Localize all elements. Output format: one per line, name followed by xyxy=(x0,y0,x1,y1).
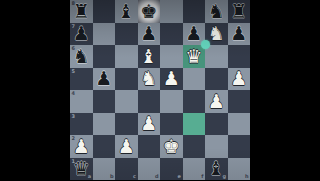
piece-black-pawn[interactable]: ♟︎ xyxy=(70,23,93,46)
square-h5[interactable]: ♟︎ xyxy=(228,68,251,91)
piece-black-queen[interactable]: ♛︎ xyxy=(70,158,93,181)
square-e4[interactable] xyxy=(160,90,183,113)
piece-black-king[interactable]: ♚︎ xyxy=(138,0,161,23)
square-h3[interactable] xyxy=(228,113,251,136)
square-b4[interactable] xyxy=(93,90,116,113)
square-f4[interactable] xyxy=(183,90,206,113)
square-a3[interactable]: 3 xyxy=(70,113,93,136)
piece-white-queen[interactable]: ♛︎ xyxy=(183,45,206,68)
app-background: 8♜︎♝︎♚︎♞︎♜︎7♟︎♟︎♟︎♞︎♟︎6♞︎♝︎♛︎5♟︎♞︎♟︎♟︎4♟… xyxy=(0,0,320,180)
file-label-h: h xyxy=(245,174,249,179)
move-indicator-dot xyxy=(201,40,210,49)
square-a5[interactable]: 5 xyxy=(70,68,93,91)
square-b3[interactable] xyxy=(93,113,116,136)
square-a4[interactable]: 4 xyxy=(70,90,93,113)
square-b1[interactable]: b xyxy=(93,158,116,181)
file-label-f: f xyxy=(201,174,203,179)
square-d1[interactable]: d xyxy=(138,158,161,181)
square-c7[interactable] xyxy=(115,23,138,46)
piece-white-pawn[interactable]: ♟︎ xyxy=(115,135,138,158)
piece-black-rook[interactable]: ♜︎ xyxy=(70,0,93,23)
file-label-b: b xyxy=(110,174,114,179)
square-d8[interactable]: ♚︎ xyxy=(138,0,161,23)
square-b6[interactable] xyxy=(93,45,116,68)
square-a2[interactable]: 2♟︎ xyxy=(70,135,93,158)
square-c5[interactable] xyxy=(115,68,138,91)
square-g2[interactable] xyxy=(205,135,228,158)
square-h2[interactable] xyxy=(228,135,251,158)
piece-white-pawn[interactable]: ♟︎ xyxy=(205,90,228,113)
square-c2[interactable]: ♟︎ xyxy=(115,135,138,158)
square-d6[interactable]: ♝︎ xyxy=(138,45,161,68)
square-g3[interactable] xyxy=(205,113,228,136)
piece-black-pawn[interactable]: ♟︎ xyxy=(93,68,116,91)
piece-white-bishop[interactable]: ♝︎ xyxy=(138,45,161,68)
file-label-c: c xyxy=(133,174,136,179)
square-h4[interactable] xyxy=(228,90,251,113)
rank-label-3: 3 xyxy=(72,114,75,119)
square-b2[interactable] xyxy=(93,135,116,158)
square-d4[interactable] xyxy=(138,90,161,113)
square-d3[interactable]: ♟︎ xyxy=(138,113,161,136)
square-g8[interactable]: ♞︎ xyxy=(205,0,228,23)
square-f1[interactable]: f xyxy=(183,158,206,181)
square-a7[interactable]: 7♟︎ xyxy=(70,23,93,46)
piece-black-knight[interactable]: ♞︎ xyxy=(70,45,93,68)
piece-white-knight[interactable]: ♞︎ xyxy=(138,68,161,91)
square-b7[interactable] xyxy=(93,23,116,46)
square-b5[interactable]: ♟︎ xyxy=(93,68,116,91)
square-c1[interactable]: c xyxy=(115,158,138,181)
piece-white-king[interactable]: ♚︎ xyxy=(160,135,183,158)
piece-black-pawn[interactable]: ♟︎ xyxy=(138,23,161,46)
square-f8[interactable] xyxy=(183,0,206,23)
square-f3[interactable] xyxy=(183,113,206,136)
square-e8[interactable] xyxy=(160,0,183,23)
file-label-d: d xyxy=(155,174,159,179)
file-label-e: e xyxy=(178,174,181,179)
square-g6[interactable] xyxy=(205,45,228,68)
square-a6[interactable]: 6♞︎ xyxy=(70,45,93,68)
square-g4[interactable]: ♟︎ xyxy=(205,90,228,113)
rank-label-4: 4 xyxy=(72,91,75,96)
chess-board: 8♜︎♝︎♚︎♞︎♜︎7♟︎♟︎♟︎♞︎♟︎6♞︎♝︎♛︎5♟︎♞︎♟︎♟︎4♟… xyxy=(70,0,250,180)
square-g5[interactable] xyxy=(205,68,228,91)
square-a1[interactable]: 1a♛︎ xyxy=(70,158,93,181)
square-c4[interactable] xyxy=(115,90,138,113)
square-e1[interactable]: e xyxy=(160,158,183,181)
piece-white-pawn[interactable]: ♟︎ xyxy=(228,68,251,91)
square-g1[interactable]: g♝︎ xyxy=(205,158,228,181)
square-e5[interactable]: ♟︎ xyxy=(160,68,183,91)
piece-black-rook[interactable]: ♜︎ xyxy=(228,0,251,23)
square-e2[interactable]: ♚︎ xyxy=(160,135,183,158)
square-b8[interactable] xyxy=(93,0,116,23)
square-a8[interactable]: 8♜︎ xyxy=(70,0,93,23)
square-e7[interactable] xyxy=(160,23,183,46)
square-f2[interactable] xyxy=(183,135,206,158)
square-e3[interactable] xyxy=(160,113,183,136)
piece-white-pawn[interactable]: ♟︎ xyxy=(70,135,93,158)
square-h8[interactable]: ♜︎ xyxy=(228,0,251,23)
square-d5[interactable]: ♞︎ xyxy=(138,68,161,91)
square-c6[interactable] xyxy=(115,45,138,68)
piece-white-pawn[interactable]: ♟︎ xyxy=(160,68,183,91)
square-e6[interactable] xyxy=(160,45,183,68)
rank-label-5: 5 xyxy=(72,69,75,74)
piece-black-bishop[interactable]: ♝︎ xyxy=(115,0,138,23)
square-d2[interactable] xyxy=(138,135,161,158)
square-h7[interactable]: ♟︎ xyxy=(228,23,251,46)
piece-black-knight[interactable]: ♞︎ xyxy=(205,0,228,23)
square-f6[interactable]: ♛︎ xyxy=(183,45,206,68)
piece-black-bishop[interactable]: ♝︎ xyxy=(205,158,228,181)
piece-white-pawn[interactable]: ♟︎ xyxy=(138,113,161,136)
piece-black-pawn[interactable]: ♟︎ xyxy=(228,23,251,46)
square-h1[interactable]: h xyxy=(228,158,251,181)
square-h6[interactable] xyxy=(228,45,251,68)
square-d7[interactable]: ♟︎ xyxy=(138,23,161,46)
square-c3[interactable] xyxy=(115,113,138,136)
square-f5[interactable] xyxy=(183,68,206,91)
square-c8[interactable]: ♝︎ xyxy=(115,0,138,23)
